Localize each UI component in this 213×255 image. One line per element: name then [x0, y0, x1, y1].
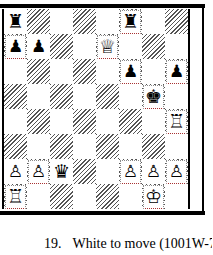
square-g7[interactable] [142, 34, 165, 59]
square-e7[interactable]: ♕ [96, 34, 119, 59]
square-e2[interactable] [96, 159, 119, 184]
bottom-rule [0, 211, 205, 215]
square-c2[interactable]: ♛ [50, 159, 73, 184]
square-f6[interactable]: ♟ [119, 59, 142, 84]
black-rook-f8: ♜ [120, 10, 141, 34]
square-b3[interactable] [27, 134, 50, 159]
square-b4[interactable] [27, 109, 50, 134]
square-e8[interactable] [96, 9, 119, 34]
black-pawn-a7: ♟ [5, 35, 26, 59]
white-rook-a1: ♖ [5, 185, 26, 209]
square-b7[interactable]: ♟ [27, 34, 50, 59]
square-f1[interactable] [119, 184, 142, 209]
square-b6[interactable] [27, 59, 50, 84]
white-rook-h4: ♖ [166, 110, 187, 134]
black-king-g5: ♚ [143, 85, 164, 109]
square-a2[interactable]: ♙ [4, 159, 27, 184]
square-d2[interactable] [73, 159, 96, 184]
square-h2[interactable]: ♙ [165, 159, 188, 184]
square-a4[interactable] [4, 109, 27, 134]
square-d8[interactable] [73, 9, 96, 34]
square-a5[interactable] [4, 84, 27, 109]
white-pawn-a2: ♙ [6, 161, 25, 183]
square-c8[interactable] [50, 9, 73, 34]
square-b1[interactable] [27, 184, 50, 209]
square-c3[interactable] [50, 134, 73, 159]
square-c1[interactable] [50, 184, 73, 209]
white-pawn-h2: ♙ [166, 160, 187, 184]
square-g8[interactable] [142, 9, 165, 34]
square-d1[interactable] [73, 184, 96, 209]
square-a8[interactable]: ♜ [4, 9, 27, 34]
square-h8[interactable] [165, 9, 188, 34]
puzzle-caption: 19.White to move (1001W-772) [0, 236, 212, 252]
white-queen-e7: ♕ [97, 35, 118, 59]
diagram-page: ♜♜♟♟♕♟♟♚♖♙♙♛♙♙♙♖♔ 19.White to move (1001… [0, 0, 212, 255]
caption-text: White to move (1001W-772) [73, 236, 213, 251]
square-g1[interactable]: ♔ [142, 184, 165, 209]
square-h7[interactable] [165, 34, 188, 59]
square-g6[interactable] [142, 59, 165, 84]
square-d6[interactable] [73, 59, 96, 84]
chess-board: ♜♜♟♟♕♟♟♚♖♙♙♛♙♙♙♖♔ [2, 9, 190, 209]
black-pawn-f6: ♟ [120, 60, 141, 84]
black-queen-c2: ♛ [52, 161, 71, 183]
puzzle-number: 19. [44, 236, 62, 251]
square-h6[interactable]: ♟ [165, 59, 188, 84]
square-e5[interactable] [96, 84, 119, 109]
square-e6[interactable] [96, 59, 119, 84]
square-f5[interactable] [119, 84, 142, 109]
square-f7[interactable] [119, 34, 142, 59]
square-h4[interactable]: ♖ [165, 109, 188, 134]
square-e3[interactable] [96, 134, 119, 159]
square-f8[interactable]: ♜ [119, 9, 142, 34]
square-a6[interactable] [4, 59, 27, 84]
square-c7[interactable] [50, 34, 73, 59]
square-b5[interactable] [27, 84, 50, 109]
square-b2[interactable]: ♙ [27, 159, 50, 184]
square-e1[interactable] [96, 184, 119, 209]
square-g5[interactable]: ♚ [142, 84, 165, 109]
white-king-g1: ♔ [143, 185, 164, 209]
square-c4[interactable] [50, 109, 73, 134]
white-pawn-g2: ♙ [144, 161, 163, 183]
square-d3[interactable] [73, 134, 96, 159]
square-c6[interactable] [50, 59, 73, 84]
square-a3[interactable] [4, 134, 27, 159]
white-pawn-f2: ♙ [120, 160, 141, 184]
square-a1[interactable]: ♖ [4, 184, 27, 209]
square-b8[interactable] [27, 9, 50, 34]
square-e4[interactable] [96, 109, 119, 134]
square-d7[interactable] [73, 34, 96, 59]
square-g2[interactable]: ♙ [142, 159, 165, 184]
square-f3[interactable] [119, 134, 142, 159]
right-border-line [202, 4, 204, 215]
square-h3[interactable] [165, 134, 188, 159]
square-f4[interactable] [119, 109, 142, 134]
square-d4[interactable] [73, 109, 96, 134]
white-pawn-b2: ♙ [28, 160, 49, 184]
square-a7[interactable]: ♟ [4, 34, 27, 59]
square-f2[interactable]: ♙ [119, 159, 142, 184]
square-h1[interactable] [165, 184, 188, 209]
square-g4[interactable] [142, 109, 165, 134]
black-rook-a8: ♜ [6, 11, 25, 33]
square-d5[interactable] [73, 84, 96, 109]
top-rule [0, 4, 205, 8]
black-pawn-b7: ♟ [29, 36, 48, 58]
square-h5[interactable] [165, 84, 188, 109]
black-pawn-h6: ♟ [166, 60, 187, 84]
square-g3[interactable] [142, 134, 165, 159]
square-c5[interactable] [50, 84, 73, 109]
